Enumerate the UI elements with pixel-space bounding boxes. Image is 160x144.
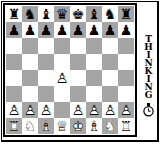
piece-wP: ♟♙ bbox=[22, 102, 38, 118]
piece-wN: ♞♘ bbox=[22, 118, 38, 134]
square-a4[interactable] bbox=[6, 70, 22, 86]
piece-bR: ♜ bbox=[6, 6, 22, 22]
square-b6[interactable] bbox=[22, 38, 38, 54]
thinking-status: T H I N K I N G bbox=[141, 35, 156, 99]
square-h7[interactable]: ♟ bbox=[118, 22, 134, 38]
square-e2[interactable]: ♟♙ bbox=[70, 102, 86, 118]
square-c7[interactable]: ♟ bbox=[38, 22, 54, 38]
square-e7[interactable]: ♟ bbox=[70, 22, 86, 38]
square-c8[interactable]: ♝ bbox=[38, 6, 54, 22]
piece-wP: ♟♙ bbox=[86, 102, 102, 118]
square-f1[interactable]: ♝♗ bbox=[86, 118, 102, 134]
square-h5[interactable] bbox=[118, 54, 134, 70]
square-d4[interactable]: ♟♙ bbox=[54, 70, 70, 86]
piece-wN: ♞♘ bbox=[102, 118, 118, 134]
square-b3[interactable] bbox=[22, 86, 38, 102]
square-h4[interactable] bbox=[118, 70, 134, 86]
board-frame: ♜♞♝♛♚♝♞♜♟♟♟♟♟♟♟♟♟♙♟♙♟♙♟♙♟♙♟♙♟♙♟♙♜♖♞♘♝♗♛♕… bbox=[3, 3, 137, 137]
piece-bP: ♟ bbox=[70, 22, 86, 38]
piece-wR: ♜♖ bbox=[118, 118, 134, 134]
square-a6[interactable] bbox=[6, 38, 22, 54]
square-b1[interactable]: ♞♘ bbox=[22, 118, 38, 134]
square-c5[interactable] bbox=[38, 54, 54, 70]
square-c6[interactable] bbox=[38, 38, 54, 54]
square-h1[interactable]: ♜♖ bbox=[118, 118, 134, 134]
square-a2[interactable]: ♟♙ bbox=[6, 102, 22, 118]
piece-wP: ♟♙ bbox=[102, 102, 118, 118]
piece-bP: ♟ bbox=[54, 22, 70, 38]
piece-wP: ♟♙ bbox=[70, 102, 86, 118]
square-b2[interactable]: ♟♙ bbox=[22, 102, 38, 118]
piece-bB: ♝ bbox=[38, 6, 54, 22]
square-f3[interactable] bbox=[86, 86, 102, 102]
square-a7[interactable]: ♟ bbox=[6, 22, 22, 38]
square-e3[interactable] bbox=[70, 86, 86, 102]
square-h2[interactable]: ♟♙ bbox=[118, 102, 134, 118]
square-c4[interactable] bbox=[38, 70, 54, 86]
square-h6[interactable] bbox=[118, 38, 134, 54]
square-e4[interactable] bbox=[70, 70, 86, 86]
piece-bP: ♟ bbox=[102, 22, 118, 38]
square-c2[interactable]: ♟♙ bbox=[38, 102, 54, 118]
square-g6[interactable] bbox=[102, 38, 118, 54]
square-d8[interactable]: ♛ bbox=[54, 6, 70, 22]
square-b8[interactable]: ♞ bbox=[22, 6, 38, 22]
square-g7[interactable]: ♟ bbox=[102, 22, 118, 38]
square-g3[interactable] bbox=[102, 86, 118, 102]
piece-wB: ♝♗ bbox=[86, 118, 102, 134]
square-e8[interactable]: ♚ bbox=[70, 6, 86, 22]
square-g8[interactable]: ♞ bbox=[102, 6, 118, 22]
piece-bB: ♝ bbox=[86, 6, 102, 22]
square-a5[interactable] bbox=[6, 54, 22, 70]
square-f4[interactable] bbox=[86, 70, 102, 86]
square-g5[interactable] bbox=[102, 54, 118, 70]
piece-wP: ♟♙ bbox=[54, 70, 70, 86]
piece-wK: ♚♔ bbox=[70, 118, 86, 134]
square-d5[interactable] bbox=[54, 54, 70, 70]
piece-wB: ♝♗ bbox=[38, 118, 54, 134]
square-b5[interactable] bbox=[22, 54, 38, 70]
square-e5[interactable] bbox=[70, 54, 86, 70]
square-a3[interactable] bbox=[6, 86, 22, 102]
square-a8[interactable]: ♜ bbox=[6, 6, 22, 22]
square-f8[interactable]: ♝ bbox=[86, 6, 102, 22]
square-c3[interactable] bbox=[38, 86, 54, 102]
piece-bP: ♟ bbox=[22, 22, 38, 38]
chess-board: ♜♞♝♛♚♝♞♜♟♟♟♟♟♟♟♟♟♙♟♙♟♙♟♙♟♙♟♙♟♙♟♙♜♖♞♘♝♗♛♕… bbox=[6, 6, 134, 134]
status-letter: G bbox=[141, 91, 156, 99]
square-f7[interactable]: ♟ bbox=[86, 22, 102, 38]
piece-bR: ♜ bbox=[118, 6, 134, 22]
square-e6[interactable] bbox=[70, 38, 86, 54]
square-f5[interactable] bbox=[86, 54, 102, 70]
piece-wP: ♟♙ bbox=[38, 102, 54, 118]
piece-wP: ♟♙ bbox=[6, 102, 22, 118]
piece-bP: ♟ bbox=[6, 22, 22, 38]
square-g4[interactable] bbox=[102, 70, 118, 86]
square-g1[interactable]: ♞♘ bbox=[102, 118, 118, 134]
square-h3[interactable] bbox=[118, 86, 134, 102]
piece-bP: ♟ bbox=[118, 22, 134, 38]
square-d6[interactable] bbox=[54, 38, 70, 54]
square-a1[interactable]: ♜♖ bbox=[6, 118, 22, 134]
square-c1[interactable]: ♝♗ bbox=[38, 118, 54, 134]
piece-bQ: ♛ bbox=[54, 6, 70, 22]
square-b4[interactable] bbox=[22, 70, 38, 86]
square-d2[interactable] bbox=[54, 102, 70, 118]
piece-wR: ♜♖ bbox=[6, 118, 22, 134]
square-b7[interactable]: ♟ bbox=[22, 22, 38, 38]
square-h8[interactable]: ♜ bbox=[118, 6, 134, 22]
piece-bK: ♚ bbox=[70, 6, 86, 22]
square-d7[interactable]: ♟ bbox=[54, 22, 70, 38]
piece-bN: ♞ bbox=[102, 6, 118, 22]
piece-bP: ♟ bbox=[86, 22, 102, 38]
pocket-watch-icon bbox=[143, 103, 154, 117]
square-d3[interactable] bbox=[54, 86, 70, 102]
square-e1[interactable]: ♚♔ bbox=[70, 118, 86, 134]
square-f2[interactable]: ♟♙ bbox=[86, 102, 102, 118]
piece-bN: ♞ bbox=[22, 6, 38, 22]
gameboy-chess-screen: ♜♞♝♛♚♝♞♜♟♟♟♟♟♟♟♟♟♙♟♙♟♙♟♙♟♙♟♙♟♙♟♙♜♖♞♘♝♗♛♕… bbox=[0, 0, 160, 144]
piece-wQ: ♛♕ bbox=[54, 118, 70, 134]
square-g2[interactable]: ♟♙ bbox=[102, 102, 118, 118]
square-d1[interactable]: ♛♕ bbox=[54, 118, 70, 134]
square-f6[interactable] bbox=[86, 38, 102, 54]
piece-wP: ♟♙ bbox=[118, 102, 134, 118]
piece-bP: ♟ bbox=[38, 22, 54, 38]
